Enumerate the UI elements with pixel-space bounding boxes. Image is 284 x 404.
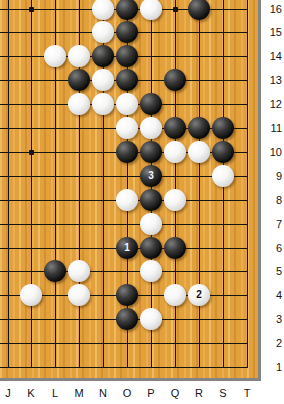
black-stone-O10[interactable] <box>116 141 138 163</box>
row-label-5: 5 <box>261 263 282 279</box>
white-stone-N13[interactable] <box>92 69 114 91</box>
black-stone-R11[interactable] <box>188 117 210 139</box>
column-coordinate-strip: JKLMNOPQRST <box>0 381 261 404</box>
white-stone-L14[interactable] <box>44 45 66 67</box>
black-stone-O13[interactable] <box>116 69 138 91</box>
grid-hline-7 <box>0 224 248 225</box>
black-stone-P9[interactable]: 3 <box>140 165 162 187</box>
col-label-N: N <box>93 385 113 401</box>
black-stone-P6[interactable] <box>140 237 162 259</box>
col-label-K: K <box>21 385 41 401</box>
white-stone-P5[interactable] <box>140 260 162 282</box>
star-point-Q16 <box>173 7 178 12</box>
black-stone-L5[interactable] <box>44 260 66 282</box>
row-label-2: 2 <box>261 335 282 351</box>
row-coordinate-strip: 16151413121110987654321 <box>261 0 284 381</box>
black-stone-O3[interactable] <box>116 308 138 330</box>
col-label-J: J <box>0 385 18 401</box>
white-stone-K4[interactable] <box>20 284 42 306</box>
row-label-6: 6 <box>261 240 282 256</box>
black-stone-O6[interactable]: 1 <box>116 237 138 259</box>
row-label-9: 9 <box>261 168 282 184</box>
white-stone-Q4[interactable] <box>164 284 186 306</box>
black-stone-Q6[interactable] <box>164 237 186 259</box>
row-label-8: 8 <box>261 192 282 208</box>
row-label-4: 4 <box>261 287 282 303</box>
grid-hline-2 <box>0 343 248 344</box>
black-stone-M13[interactable] <box>68 69 90 91</box>
white-stone-M12[interactable] <box>68 93 90 115</box>
col-label-M: M <box>69 385 89 401</box>
black-stone-O15[interactable] <box>116 21 138 43</box>
white-stone-N15[interactable] <box>92 21 114 43</box>
black-stone-O4[interactable] <box>116 284 138 306</box>
row-label-14: 14 <box>261 48 282 64</box>
move-number-1: 1 <box>124 243 130 253</box>
black-stone-S11[interactable] <box>212 117 234 139</box>
row-label-12: 12 <box>261 96 282 112</box>
star-point-K16 <box>29 7 34 12</box>
white-stone-R10[interactable] <box>188 141 210 163</box>
black-stone-N14[interactable] <box>92 45 114 67</box>
black-stone-P8[interactable] <box>140 189 162 211</box>
grid-hline-5 <box>0 271 248 272</box>
move-number-2: 2 <box>196 290 202 300</box>
black-stone-S10[interactable] <box>212 141 234 163</box>
black-stone-P10[interactable] <box>140 141 162 163</box>
row-label-10: 10 <box>261 144 282 160</box>
col-label-O: O <box>117 385 137 401</box>
black-stone-Q11[interactable] <box>164 117 186 139</box>
white-stone-P3[interactable] <box>140 308 162 330</box>
white-stone-R4[interactable]: 2 <box>188 284 210 306</box>
white-stone-O11[interactable] <box>116 117 138 139</box>
row-label-15: 15 <box>261 24 282 40</box>
col-label-S: S <box>213 385 233 401</box>
grid-hline-9 <box>0 176 248 177</box>
col-label-P: P <box>141 385 161 401</box>
white-stone-M5[interactable] <box>68 260 90 282</box>
col-label-L: L <box>45 385 65 401</box>
white-stone-P11[interactable] <box>140 117 162 139</box>
col-label-Q: Q <box>165 385 185 401</box>
white-stone-O12[interactable] <box>116 93 138 115</box>
row-label-11: 11 <box>261 120 282 136</box>
col-label-T: T <box>237 385 257 401</box>
row-label-3: 3 <box>261 311 282 327</box>
white-stone-O8[interactable] <box>116 189 138 211</box>
black-stone-O14[interactable] <box>116 45 138 67</box>
col-label-R: R <box>189 385 209 401</box>
white-stone-M14[interactable] <box>68 45 90 67</box>
black-stone-Q13[interactable] <box>164 69 186 91</box>
star-point-K10 <box>29 150 34 155</box>
black-stone-P12[interactable] <box>140 93 162 115</box>
white-stone-Q10[interactable] <box>164 141 186 163</box>
row-label-7: 7 <box>261 216 282 232</box>
white-stone-S9[interactable] <box>212 165 234 187</box>
move-number-3: 3 <box>148 171 154 181</box>
white-stone-M4[interactable] <box>68 284 90 306</box>
row-label-13: 13 <box>261 72 282 88</box>
white-stone-P7[interactable] <box>140 213 162 235</box>
white-stone-Q8[interactable] <box>164 189 186 211</box>
row-label-1: 1 <box>261 359 282 375</box>
white-stone-N12[interactable] <box>92 93 114 115</box>
go-board-screenshot: 16151413121110987654321 JKLMNOPQRST 312 <box>0 0 284 404</box>
grid-hline-1 <box>0 367 248 368</box>
row-label-16: 16 <box>261 1 282 17</box>
